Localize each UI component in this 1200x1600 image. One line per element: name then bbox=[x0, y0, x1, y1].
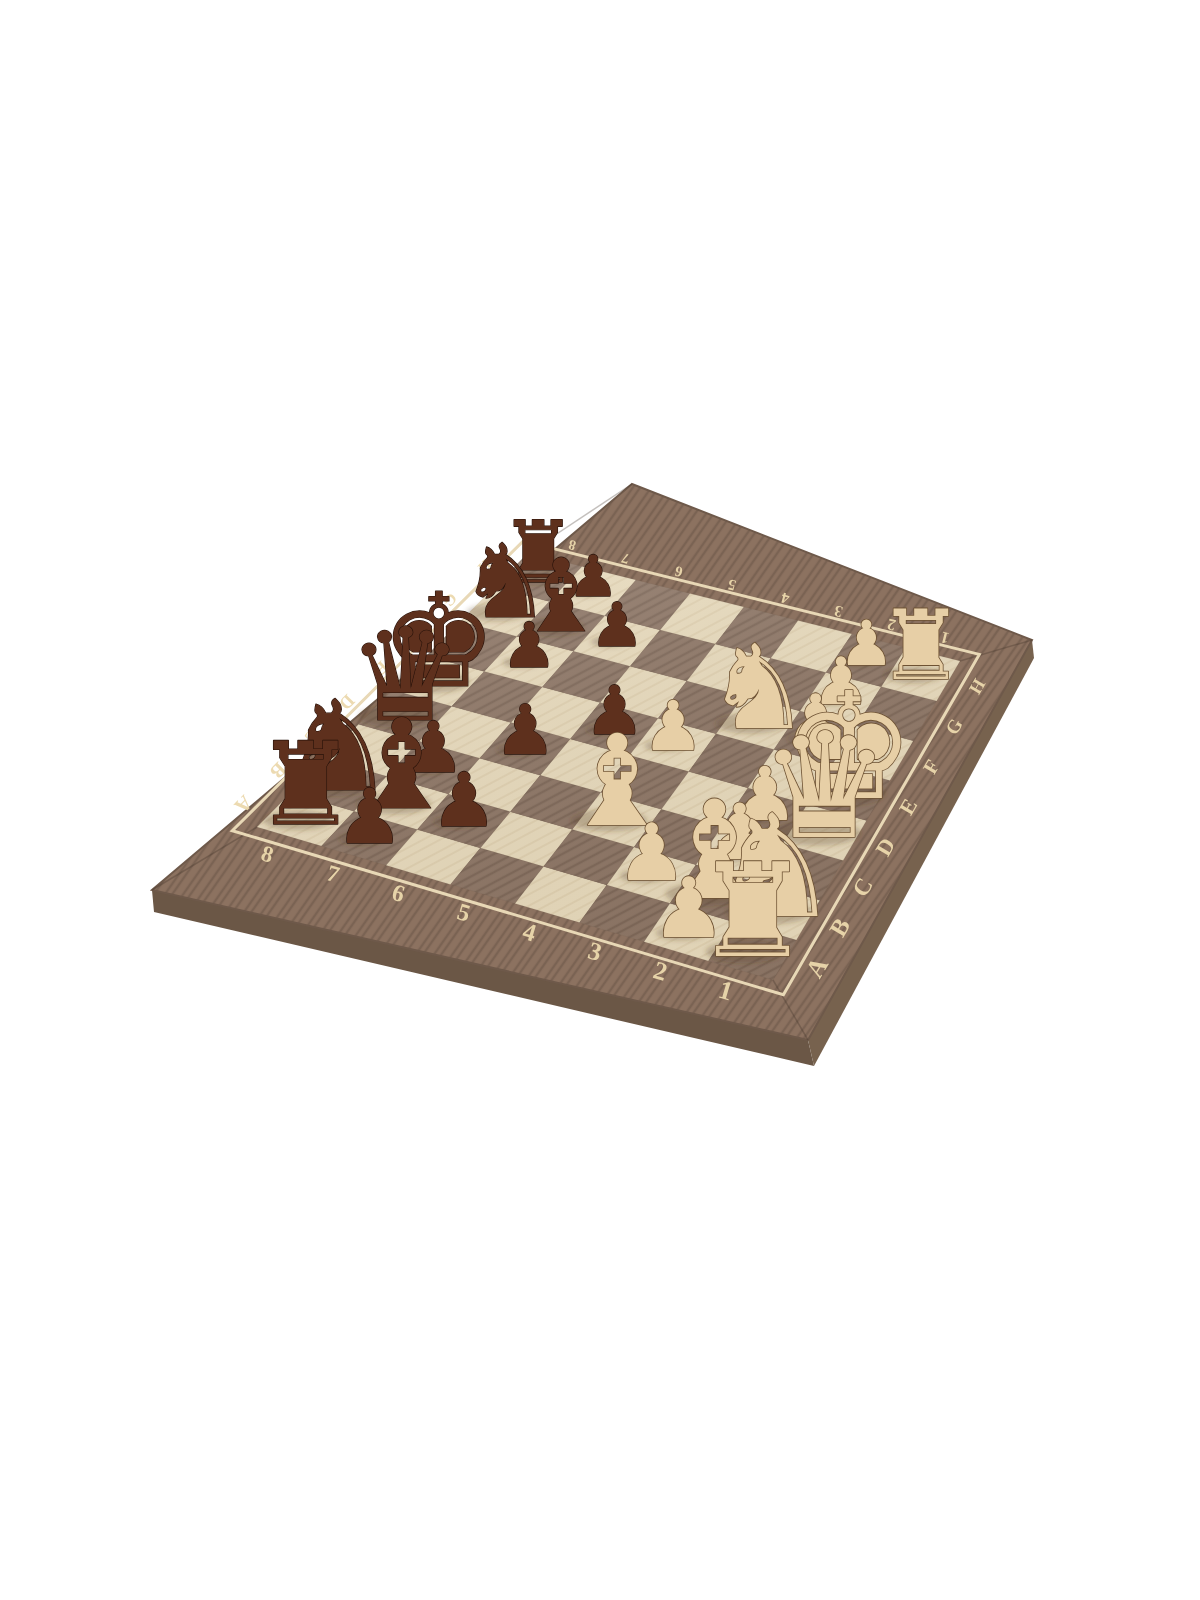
piece-black-pawn-d6: ♟ bbox=[494, 690, 556, 770]
piece-black-pawn-a7: ♟ bbox=[336, 772, 404, 861]
piece-black-pawn-g6: ♟ bbox=[590, 590, 645, 660]
piece-white-rook-a1: ♜ bbox=[694, 835, 811, 987]
piece-black-pawn-f7: ♟ bbox=[501, 609, 557, 682]
product-photo-stage: 12345678ABCDEFGHABCDEFGH12345678♜♟♞♝♟♟♟♜… bbox=[0, 0, 1200, 1600]
piece-black-pawn-b6: ♟ bbox=[431, 757, 498, 844]
chess-board: 12345678ABCDEFGHABCDEFGH12345678♜♟♞♝♟♟♟♜… bbox=[0, 0, 1200, 1600]
